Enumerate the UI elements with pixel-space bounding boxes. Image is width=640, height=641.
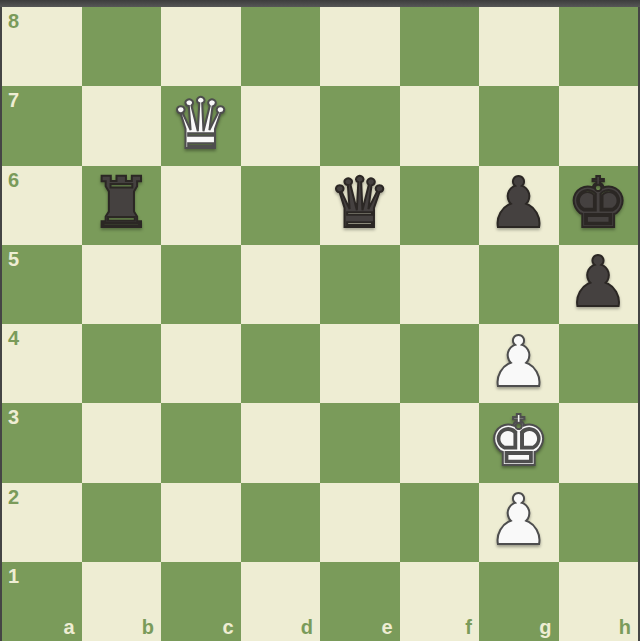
square-d8[interactable] (241, 7, 321, 86)
square-a2[interactable]: 2 (2, 483, 82, 562)
square-f2[interactable] (400, 483, 480, 562)
rank-label-2: 2 (8, 487, 19, 507)
square-f6[interactable] (400, 166, 480, 245)
square-b2[interactable] (82, 483, 162, 562)
square-h3[interactable] (559, 403, 639, 482)
piece-white-pawn[interactable]: ♟ (487, 327, 550, 397)
top-bar (0, 0, 640, 7)
square-d7[interactable] (241, 86, 321, 165)
square-g7[interactable] (479, 86, 559, 165)
square-c7[interactable]: ♛ (161, 86, 241, 165)
square-a4[interactable]: 4 (2, 324, 82, 403)
piece-black-king[interactable]: ♚ (567, 168, 630, 238)
square-f4[interactable] (400, 324, 480, 403)
chess-board: 87♛6♜♛♟♚5♟4♟3♚2♟1abcdefgh (2, 7, 638, 641)
piece-black-pawn[interactable]: ♟ (487, 168, 550, 238)
piece-black-pawn[interactable]: ♟ (567, 247, 630, 317)
file-label-g: g (539, 617, 551, 637)
square-c1[interactable]: c (161, 562, 241, 641)
piece-white-queen[interactable]: ♛ (169, 89, 232, 159)
square-e2[interactable] (320, 483, 400, 562)
square-d4[interactable] (241, 324, 321, 403)
file-label-d: d (301, 617, 313, 637)
square-g8[interactable] (479, 7, 559, 86)
file-label-b: b (142, 617, 154, 637)
file-label-e: e (381, 617, 392, 637)
file-label-a: a (63, 617, 74, 637)
rank-label-1: 1 (8, 566, 19, 586)
square-f5[interactable] (400, 245, 480, 324)
square-g6[interactable]: ♟ (479, 166, 559, 245)
square-h5[interactable]: ♟ (559, 245, 639, 324)
square-c5[interactable] (161, 245, 241, 324)
square-g2[interactable]: ♟ (479, 483, 559, 562)
square-f1[interactable]: f (400, 562, 480, 641)
square-b5[interactable] (82, 245, 162, 324)
square-a6[interactable]: 6 (2, 166, 82, 245)
square-c8[interactable] (161, 7, 241, 86)
square-a3[interactable]: 3 (2, 403, 82, 482)
square-d6[interactable] (241, 166, 321, 245)
square-e4[interactable] (320, 324, 400, 403)
square-c3[interactable] (161, 403, 241, 482)
square-h1[interactable]: h (559, 562, 639, 641)
square-f7[interactable] (400, 86, 480, 165)
square-h2[interactable] (559, 483, 639, 562)
square-g3[interactable]: ♚ (479, 403, 559, 482)
square-h7[interactable] (559, 86, 639, 165)
square-b1[interactable]: b (82, 562, 162, 641)
square-c2[interactable] (161, 483, 241, 562)
square-f8[interactable] (400, 7, 480, 86)
square-g5[interactable] (479, 245, 559, 324)
rank-label-4: 4 (8, 328, 19, 348)
square-b7[interactable] (82, 86, 162, 165)
square-a1[interactable]: 1a (2, 562, 82, 641)
rank-label-7: 7 (8, 90, 19, 110)
square-c6[interactable] (161, 166, 241, 245)
file-label-c: c (222, 617, 233, 637)
file-label-h: h (619, 617, 631, 637)
square-d5[interactable] (241, 245, 321, 324)
rank-label-6: 6 (8, 170, 19, 190)
square-a8[interactable]: 8 (2, 7, 82, 86)
square-g1[interactable]: g (479, 562, 559, 641)
square-a5[interactable]: 5 (2, 245, 82, 324)
square-b3[interactable] (82, 403, 162, 482)
rank-label-5: 5 (8, 249, 19, 269)
square-b6[interactable]: ♜ (82, 166, 162, 245)
piece-white-pawn[interactable]: ♟ (487, 485, 550, 555)
piece-white-king[interactable]: ♚ (487, 406, 550, 476)
square-b8[interactable] (82, 7, 162, 86)
rank-label-8: 8 (8, 11, 19, 31)
square-d2[interactable] (241, 483, 321, 562)
piece-black-queen[interactable]: ♛ (328, 168, 391, 238)
square-e1[interactable]: e (320, 562, 400, 641)
square-a7[interactable]: 7 (2, 86, 82, 165)
square-e6[interactable]: ♛ (320, 166, 400, 245)
file-label-f: f (465, 617, 472, 637)
square-e8[interactable] (320, 7, 400, 86)
square-d3[interactable] (241, 403, 321, 482)
square-b4[interactable] (82, 324, 162, 403)
square-e5[interactable] (320, 245, 400, 324)
square-d1[interactable]: d (241, 562, 321, 641)
square-f3[interactable] (400, 403, 480, 482)
square-e7[interactable] (320, 86, 400, 165)
square-g4[interactable]: ♟ (479, 324, 559, 403)
square-h4[interactable] (559, 324, 639, 403)
square-c4[interactable] (161, 324, 241, 403)
square-h6[interactable]: ♚ (559, 166, 639, 245)
square-e3[interactable] (320, 403, 400, 482)
square-h8[interactable] (559, 7, 639, 86)
rank-label-3: 3 (8, 407, 19, 427)
piece-black-rook[interactable]: ♜ (90, 168, 153, 238)
